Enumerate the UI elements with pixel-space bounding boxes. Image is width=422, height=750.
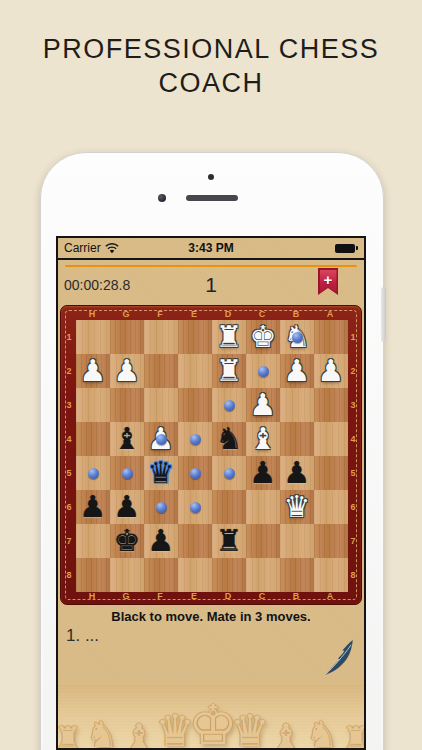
- square-d8[interactable]: [212, 558, 246, 592]
- rank-label-3: 3: [347, 388, 359, 422]
- chess-pieces-photo: ♜♞♝♛♚♛♝♞♜: [58, 684, 364, 748]
- white-piece-P[interactable]: ♟: [76, 354, 110, 388]
- file-label-g: G: [109, 308, 143, 320]
- wifi-icon: [105, 243, 119, 254]
- app-screen: Carrier 3:43 PM 00:00:28.8 1 + HGFEDCBA …: [56, 236, 366, 750]
- rank-label-4: 4: [63, 422, 75, 456]
- white-piece-P[interactable]: ♟: [246, 388, 280, 422]
- square-e8[interactable]: [178, 558, 212, 592]
- square-c5[interactable]: ♟: [246, 456, 280, 490]
- square-f2[interactable]: [144, 354, 178, 388]
- square-b2[interactable]: ♟: [280, 354, 314, 388]
- black-piece-N[interactable]: ♞: [212, 422, 246, 456]
- camera-icon: [158, 194, 166, 202]
- square-h6[interactable]: ♟: [76, 490, 110, 524]
- square-f3[interactable]: [144, 388, 178, 422]
- square-b4[interactable]: [280, 422, 314, 456]
- photo-piece-rook: ♜: [343, 723, 364, 748]
- carrier-label: Carrier: [64, 241, 101, 255]
- rank-label-7: 7: [347, 524, 359, 558]
- square-a6[interactable]: [314, 490, 348, 524]
- black-piece-P[interactable]: ♟: [144, 524, 178, 558]
- square-e3[interactable]: [178, 388, 212, 422]
- black-piece-K[interactable]: ♚: [110, 524, 144, 558]
- square-f7[interactable]: ♟: [144, 524, 178, 558]
- carrier-label-group: Carrier: [64, 241, 119, 255]
- square-c3[interactable]: ♟: [246, 388, 280, 422]
- photo-piece-queen: ♛: [230, 709, 269, 748]
- rank-label-5: 5: [63, 456, 75, 490]
- square-e6[interactable]: [178, 490, 212, 524]
- square-g6[interactable]: ♟: [110, 490, 144, 524]
- legal-move-dot[interactable]: [224, 400, 235, 411]
- square-c8[interactable]: [246, 558, 280, 592]
- rank-labels-right: 12345678: [347, 320, 359, 592]
- square-b6[interactable]: ♛: [280, 490, 314, 524]
- move-number: 1: [205, 273, 217, 297]
- square-d2[interactable]: ♜: [212, 354, 246, 388]
- square-h4[interactable]: [76, 422, 110, 456]
- legal-move-dot[interactable]: [224, 468, 235, 479]
- white-piece-P[interactable]: ♟: [314, 354, 348, 388]
- black-piece-P[interactable]: ♟: [76, 490, 110, 524]
- square-b7[interactable]: [280, 524, 314, 558]
- rank-label-6: 6: [347, 490, 359, 524]
- white-piece-R[interactable]: ♜: [212, 354, 246, 388]
- square-g7[interactable]: ♚: [110, 524, 144, 558]
- white-piece-K[interactable]: ♚: [246, 320, 280, 354]
- file-label-e: E: [177, 308, 211, 320]
- black-piece-Q[interactable]: ♛: [144, 456, 178, 490]
- square-d5[interactable]: [212, 456, 246, 490]
- rank-label-7: 7: [63, 524, 75, 558]
- file-label-h: H: [75, 308, 109, 320]
- black-piece-P[interactable]: ♟: [280, 456, 314, 490]
- photo-piece-bishop: ♝: [271, 719, 301, 748]
- black-piece-B[interactable]: ♝: [110, 422, 144, 456]
- rank-label-1: 1: [347, 320, 359, 354]
- square-f6[interactable]: [144, 490, 178, 524]
- photo-piece-knight: ♞: [306, 717, 338, 748]
- rank-label-8: 8: [63, 558, 75, 592]
- rank-label-2: 2: [63, 354, 75, 388]
- square-d1[interactable]: ♜: [212, 320, 246, 354]
- square-c2[interactable]: [246, 354, 280, 388]
- square-h2[interactable]: ♟: [76, 354, 110, 388]
- square-h5[interactable]: [76, 456, 110, 490]
- square-d4[interactable]: ♞: [212, 422, 246, 456]
- square-f8[interactable]: [144, 558, 178, 592]
- square-h1[interactable]: [76, 320, 110, 354]
- square-a1[interactable]: [314, 320, 348, 354]
- square-f4[interactable]: ♟: [144, 422, 178, 456]
- legal-move-dot[interactable]: [156, 502, 167, 513]
- rank-label-1: 1: [63, 320, 75, 354]
- square-g5[interactable]: [110, 456, 144, 490]
- square-g2[interactable]: ♟: [110, 354, 144, 388]
- white-piece-R[interactable]: ♜: [212, 320, 246, 354]
- white-piece-B[interactable]: ♝: [246, 422, 280, 456]
- square-h8[interactable]: [76, 558, 110, 592]
- square-a5[interactable]: [314, 456, 348, 490]
- square-e7[interactable]: [178, 524, 212, 558]
- square-d3[interactable]: [212, 388, 246, 422]
- black-piece-P[interactable]: ♟: [110, 490, 144, 524]
- white-piece-P[interactable]: ♟: [110, 354, 144, 388]
- square-c1[interactable]: ♚: [246, 320, 280, 354]
- page-title: PROFESSIONAL CHESS COACH: [31, 33, 391, 101]
- file-label-a: A: [313, 308, 347, 320]
- square-c7[interactable]: [246, 524, 280, 558]
- square-b1[interactable]: ♞: [280, 320, 314, 354]
- bookmark-plus-icon[interactable]: +: [318, 268, 338, 295]
- square-g3[interactable]: [110, 388, 144, 422]
- square-g4[interactable]: ♝: [110, 422, 144, 456]
- square-b3[interactable]: [280, 388, 314, 422]
- white-piece-P[interactable]: ♟: [280, 354, 314, 388]
- square-a8[interactable]: [314, 558, 348, 592]
- photo-piece-knight: ♞: [86, 717, 118, 748]
- square-a3[interactable]: [314, 388, 348, 422]
- speaker-icon: [186, 195, 238, 201]
- square-e5[interactable]: [178, 456, 212, 490]
- feather-quill-icon[interactable]: [322, 638, 356, 678]
- legal-move-dot[interactable]: [292, 332, 303, 343]
- square-e2[interactable]: [178, 354, 212, 388]
- square-b5[interactable]: ♟: [280, 456, 314, 490]
- sensor-icon: [208, 174, 214, 180]
- square-a7[interactable]: [314, 524, 348, 558]
- puzzle-prompt: Black to move. Mate in 3 moves.: [58, 609, 364, 624]
- square-e4[interactable]: [178, 422, 212, 456]
- toolbar: 00:00:28.8 1 +: [58, 267, 364, 302]
- square-d6[interactable]: [212, 490, 246, 524]
- rank-labels-left: 12345678: [63, 320, 75, 592]
- legal-move-dot[interactable]: [156, 434, 167, 445]
- legal-move-dot[interactable]: [258, 366, 269, 377]
- photo-piece-rook: ♜: [58, 723, 81, 748]
- square-c6[interactable]: [246, 490, 280, 524]
- rank-label-2: 2: [347, 354, 359, 388]
- battery-icon: [335, 244, 358, 253]
- square-h7[interactable]: [76, 524, 110, 558]
- square-c4[interactable]: ♝: [246, 422, 280, 456]
- white-piece-Q[interactable]: ♛: [280, 490, 314, 524]
- square-e1[interactable]: [178, 320, 212, 354]
- photo-piece-bishop: ♝: [124, 719, 154, 748]
- square-f5[interactable]: ♛: [144, 456, 178, 490]
- rank-label-4: 4: [347, 422, 359, 456]
- square-g1[interactable]: [110, 320, 144, 354]
- legal-move-dot[interactable]: [88, 468, 99, 479]
- move-list: 1. ...: [66, 626, 364, 646]
- chess-board: HGFEDCBA HGFEDCBA 12345678 12345678 ♜♚♞♟…: [60, 305, 362, 605]
- legal-move-dot[interactable]: [190, 502, 201, 513]
- legal-move-dot[interactable]: [122, 468, 133, 479]
- black-piece-P[interactable]: ♟: [246, 456, 280, 490]
- elapsed-timer: 00:00:28.8: [64, 277, 130, 293]
- square-d7[interactable]: ♜: [212, 524, 246, 558]
- square-a2[interactable]: ♟: [314, 354, 348, 388]
- square-b8[interactable]: [280, 558, 314, 592]
- board-grid: ♜♚♞♟♟♜♟♟♟♝♟♞♝♛♟♟♟♟♛♚♟♜: [76, 320, 348, 592]
- square-h3[interactable]: [76, 388, 110, 422]
- black-piece-R[interactable]: ♜: [212, 524, 246, 558]
- rank-label-3: 3: [63, 388, 75, 422]
- file-label-f: F: [143, 308, 177, 320]
- rank-label-6: 6: [63, 490, 75, 524]
- square-f1[interactable]: [144, 320, 178, 354]
- rank-label-5: 5: [347, 456, 359, 490]
- status-bar: Carrier 3:43 PM: [58, 238, 364, 260]
- square-a4[interactable]: [314, 422, 348, 456]
- rank-label-8: 8: [347, 558, 359, 592]
- legal-move-dot[interactable]: [190, 468, 201, 479]
- square-g8[interactable]: [110, 558, 144, 592]
- legal-move-dot[interactable]: [190, 434, 201, 445]
- phone-side-button: [381, 287, 386, 342]
